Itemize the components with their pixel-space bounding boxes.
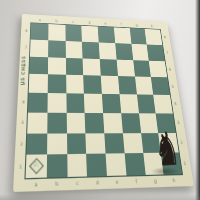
backdrop-edge-shadow <box>195 0 200 200</box>
square-c1 <box>67 154 87 177</box>
square-a7 <box>30 39 48 57</box>
square-c5 <box>66 75 84 94</box>
coordinate-label: 2 <box>17 133 25 155</box>
square-h5 <box>151 77 170 95</box>
square-e2 <box>104 133 124 154</box>
square-e7 <box>99 42 117 59</box>
corner-emblem: ♘ <box>29 158 42 172</box>
square-a6 <box>29 56 48 74</box>
square-c7 <box>65 41 82 58</box>
square-c4 <box>66 93 85 112</box>
square-f7 <box>115 43 133 60</box>
square-c2 <box>66 133 86 155</box>
fallen-knight: ♞ <box>148 124 182 176</box>
coordinate-label: f <box>126 177 146 186</box>
coordinate-label: g <box>145 176 165 185</box>
square-f8 <box>114 27 131 43</box>
square-h8 <box>145 29 163 45</box>
square-e6 <box>100 59 118 77</box>
square-d5 <box>83 75 101 93</box>
brand-text: US CHESS <box>19 55 26 85</box>
square-a4 <box>28 93 48 113</box>
square-f5 <box>118 76 137 94</box>
square-h6 <box>149 60 167 77</box>
coordinate-label: 1 <box>16 155 24 178</box>
square-b3 <box>47 112 66 133</box>
square-h7 <box>147 44 165 61</box>
coordinate-label: a <box>25 179 46 188</box>
square-b1 <box>47 154 68 177</box>
coordinate-label: e <box>107 177 127 186</box>
square-e3 <box>103 113 123 133</box>
coordinate-label: d <box>87 178 107 187</box>
square-d8 <box>82 26 99 42</box>
coordinate-label: h <box>164 176 183 184</box>
square-d7 <box>82 42 100 59</box>
square-e8 <box>98 27 115 43</box>
square-d1 <box>86 154 107 177</box>
square-d6 <box>83 58 101 76</box>
square-b6 <box>48 57 66 75</box>
square-f2 <box>123 133 143 154</box>
square-f1 <box>124 153 145 175</box>
square-e4 <box>102 94 121 113</box>
square-b8 <box>48 24 65 41</box>
square-a5 <box>29 74 48 93</box>
square-b4 <box>47 93 66 113</box>
coordinate-label: b <box>46 179 67 188</box>
square-c8 <box>65 25 82 42</box>
square-f4 <box>119 94 138 113</box>
square-e5 <box>101 76 120 94</box>
square-a2 <box>26 133 47 155</box>
backdrop-bottom-shade <box>0 194 200 200</box>
square-d4 <box>84 94 103 113</box>
square-a8 <box>31 23 49 40</box>
black-knight-icon: ♞ <box>154 123 177 175</box>
square-b2 <box>47 133 67 155</box>
coordinate-label: c <box>67 178 87 187</box>
square-d3 <box>85 113 104 133</box>
square-f3 <box>121 113 141 133</box>
square-b7 <box>48 40 66 57</box>
square-a3 <box>27 112 47 133</box>
square-d2 <box>86 133 106 154</box>
square-c6 <box>65 57 83 75</box>
square-f6 <box>116 59 134 76</box>
square-c3 <box>66 113 85 133</box>
square-b5 <box>47 74 65 93</box>
square-h4 <box>153 95 172 114</box>
photo-backdrop: abcdefgh abcdefgh 87654321 87654321 US C… <box>0 0 200 200</box>
emblem-knight-icon: ♘ <box>33 161 40 169</box>
square-e1 <box>106 154 127 176</box>
